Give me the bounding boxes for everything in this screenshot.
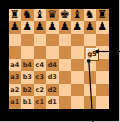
square-label-d4: d4	[48, 61, 57, 69]
square-d3: d3	[46, 71, 59, 84]
square-f7: ♟	[71, 21, 84, 34]
square-h8: ♜	[96, 9, 109, 22]
black-queen-piece: ♛	[47, 9, 57, 21]
square-d7: ♟	[46, 21, 59, 34]
square-d8: ♛	[46, 9, 59, 22]
square-label-a4: a4	[10, 61, 19, 69]
square-f2	[71, 84, 84, 97]
square-f1	[71, 96, 84, 109]
square-d4: d4	[46, 59, 59, 72]
square-a2: a2	[9, 84, 22, 97]
square-f5	[71, 46, 84, 59]
square-a4: a4	[9, 59, 22, 72]
black-pawn-piece: ♟	[10, 21, 20, 33]
square-b8: ♞	[21, 9, 34, 22]
square-label-c1: c1	[36, 98, 44, 106]
square-e5	[59, 46, 72, 59]
square-g8: ♞	[84, 9, 97, 22]
square-c7: ♟	[34, 21, 47, 34]
black-pawn-piece: ♟	[72, 21, 82, 33]
square-f4	[71, 59, 84, 72]
black-knight-piece: ♞	[22, 9, 32, 21]
square-g3	[84, 71, 97, 84]
square-b3: b3	[21, 71, 34, 84]
square-label-a3: a3	[10, 73, 19, 81]
square-c4: c4	[34, 59, 47, 72]
square-c2: c2	[34, 84, 47, 97]
square-label-a2: a2	[10, 86, 19, 94]
g5-callout-label: g5	[87, 50, 96, 58]
square-a7: ♟	[9, 21, 22, 34]
square-h6	[96, 34, 109, 47]
square-a5	[9, 46, 22, 59]
black-bishop-piece: ♝	[35, 9, 45, 21]
square-b7: ♟	[21, 21, 34, 34]
square-g2	[84, 84, 97, 97]
black-king-piece: ♚	[60, 9, 70, 21]
square-a1: a1	[9, 96, 22, 109]
square-label-d2: d2	[48, 86, 57, 94]
square-label-a1: a1	[10, 98, 19, 106]
square-d6	[46, 34, 59, 47]
black-knight-piece: ♞	[85, 9, 95, 21]
square-label-d1: d1	[48, 98, 57, 106]
square-c3: c3	[34, 71, 47, 84]
square-c1: c1	[34, 96, 47, 109]
square-h7: ♟	[96, 21, 109, 34]
square-f3	[71, 71, 84, 84]
square-e3	[59, 71, 72, 84]
square-b4: b4	[21, 59, 34, 72]
square-d5	[46, 46, 59, 59]
black-pawn-piece: ♟	[22, 21, 32, 33]
square-label-b2: b2	[23, 86, 32, 94]
square-label-c2: c2	[36, 86, 44, 94]
square-e6	[59, 34, 72, 47]
square-b1: b1	[21, 96, 34, 109]
square-label-b1: b1	[23, 98, 32, 106]
square-e4	[59, 59, 72, 72]
square-h2	[96, 84, 109, 97]
square-d2: d2	[46, 84, 59, 97]
square-c8: ♝	[34, 9, 47, 22]
square-label-c4: c4	[36, 61, 44, 69]
square-e7: ♟	[59, 21, 72, 34]
square-label-c3: c3	[36, 73, 44, 81]
black-rook-piece: ♜	[10, 9, 20, 21]
square-b2: b2	[21, 84, 34, 97]
square-h1	[96, 96, 109, 109]
square-b6	[21, 34, 34, 47]
g5-callout-box: g5	[86, 48, 99, 61]
square-c5	[34, 46, 47, 59]
square-h3	[96, 71, 109, 84]
square-a3: a3	[9, 71, 22, 84]
square-label-b4: b4	[23, 61, 32, 69]
black-pawn-piece: ♟	[60, 21, 70, 33]
black-bishop-piece: ♝	[72, 9, 82, 21]
black-pawn-piece: ♟	[35, 21, 45, 33]
square-c6	[34, 34, 47, 47]
chess-coordinates-diagram: ♜♞♝♛♚♝♞♜♟♟♟♟♟♟♟♟a4b4c4d4a3b3c3d3a2b2c2d2…	[0, 0, 120, 122]
black-pawn-piece: ♟	[47, 21, 57, 33]
square-g1	[84, 96, 97, 109]
square-b5	[21, 46, 34, 59]
square-a8: ♜	[9, 9, 22, 22]
square-e8: ♚	[59, 9, 72, 22]
square-f6	[71, 34, 84, 47]
square-g6	[84, 34, 97, 47]
square-f8: ♝	[71, 9, 84, 22]
square-label-d3: d3	[48, 73, 57, 81]
square-label-b3: b3	[23, 73, 32, 81]
black-rook-piece: ♜	[97, 9, 107, 21]
square-g7: ♟	[84, 21, 97, 34]
square-a6	[9, 34, 22, 47]
square-d1: d1	[46, 96, 59, 109]
black-pawn-piece: ♟	[85, 21, 95, 33]
black-pawn-piece: ♟	[97, 21, 107, 33]
square-e1	[59, 96, 72, 109]
square-e2	[59, 84, 72, 97]
